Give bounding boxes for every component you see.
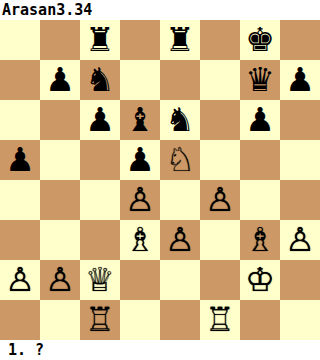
piece-white-rook-c1: ♖ [85,300,115,340]
square-a3[interactable] [0,220,40,260]
piece-black-pawn-b7: ♟ [45,60,75,100]
square-h1[interactable] [280,300,320,340]
square-d6[interactable]: ♝ [120,100,160,140]
square-f2[interactable] [200,260,240,300]
square-b7[interactable]: ♟ [40,60,80,100]
piece-black-rook-e8: ♜ [165,20,195,60]
piece-black-knight-c7: ♞ [85,60,115,100]
piece-white-pawn-e3: ♙ [165,220,195,260]
square-g7[interactable]: ♛ [240,60,280,100]
square-g2[interactable]: ♔ [240,260,280,300]
square-c8[interactable]: ♜ [80,20,120,60]
square-h3[interactable]: ♙ [280,220,320,260]
square-h8[interactable] [280,20,320,60]
square-a4[interactable] [0,180,40,220]
square-a5[interactable]: ♟ [0,140,40,180]
square-f4[interactable]: ♙ [200,180,240,220]
square-c5[interactable] [80,140,120,180]
engine-title: Arasan3.34 [0,0,320,20]
square-d1[interactable] [120,300,160,340]
square-e7[interactable] [160,60,200,100]
square-d5[interactable]: ♟ [120,140,160,180]
piece-white-pawn-f4: ♙ [205,180,235,220]
piece-white-knight-e5: ♘ [165,140,195,180]
square-f6[interactable] [200,100,240,140]
square-h5[interactable] [280,140,320,180]
piece-white-rook-f1: ♖ [205,300,235,340]
square-d3[interactable]: ♗ [120,220,160,260]
square-b1[interactable] [40,300,80,340]
square-c6[interactable]: ♟ [80,100,120,140]
square-a2[interactable]: ♙ [0,260,40,300]
square-b8[interactable] [40,20,80,60]
square-e4[interactable] [160,180,200,220]
square-f8[interactable] [200,20,240,60]
piece-white-king-g2: ♔ [245,260,275,300]
square-c3[interactable] [80,220,120,260]
square-d2[interactable] [120,260,160,300]
square-g5[interactable] [240,140,280,180]
piece-black-knight-e6: ♞ [165,100,195,140]
square-a7[interactable] [0,60,40,100]
piece-white-pawn-d4: ♙ [125,180,155,220]
square-b3[interactable] [40,220,80,260]
square-g1[interactable] [240,300,280,340]
square-g8[interactable]: ♚ [240,20,280,60]
square-c7[interactable]: ♞ [80,60,120,100]
piece-black-bishop-d6: ♝ [125,100,155,140]
square-a1[interactable] [0,300,40,340]
square-h2[interactable] [280,260,320,300]
piece-white-queen-c2: ♕ [85,260,115,300]
move-prompt: 1. ? [0,340,320,360]
square-c4[interactable] [80,180,120,220]
square-c2[interactable]: ♕ [80,260,120,300]
piece-black-pawn-a5: ♟ [5,140,35,180]
square-b5[interactable] [40,140,80,180]
square-b4[interactable] [40,180,80,220]
piece-black-pawn-h7: ♟ [285,60,315,100]
square-e1[interactable] [160,300,200,340]
square-f1[interactable]: ♖ [200,300,240,340]
square-f5[interactable] [200,140,240,180]
square-h4[interactable] [280,180,320,220]
piece-white-pawn-h3: ♙ [285,220,315,260]
piece-black-queen-g7: ♛ [245,60,275,100]
square-d4[interactable]: ♙ [120,180,160,220]
square-d7[interactable] [120,60,160,100]
square-h6[interactable] [280,100,320,140]
chess-board: ♜♜♚♟♞♛♟♟♝♞♟♟♟♘♙♙♗♙♗♙♙♙♕♔♖♖ [0,20,320,340]
piece-black-rook-c8: ♜ [85,20,115,60]
piece-white-pawn-b2: ♙ [45,260,75,300]
square-e3[interactable]: ♙ [160,220,200,260]
square-e8[interactable]: ♜ [160,20,200,60]
piece-black-king-g8: ♚ [245,20,275,60]
piece-black-pawn-c6: ♟ [85,100,115,140]
square-b2[interactable]: ♙ [40,260,80,300]
square-a8[interactable] [0,20,40,60]
square-g3[interactable]: ♗ [240,220,280,260]
square-f7[interactable] [200,60,240,100]
chess-gui-window: Arasan3.34 ♜♜♚♟♞♛♟♟♝♞♟♟♟♘♙♙♗♙♗♙♙♙♕♔♖♖ 1.… [0,0,320,360]
square-c1[interactable]: ♖ [80,300,120,340]
square-f3[interactable] [200,220,240,260]
piece-white-bishop-d3: ♗ [125,220,155,260]
square-h7[interactable]: ♟ [280,60,320,100]
piece-black-pawn-g6: ♟ [245,100,275,140]
piece-black-pawn-d5: ♟ [125,140,155,180]
square-e2[interactable] [160,260,200,300]
square-b6[interactable] [40,100,80,140]
square-g6[interactable]: ♟ [240,100,280,140]
piece-white-bishop-g3: ♗ [245,220,275,260]
square-d8[interactable] [120,20,160,60]
square-e5[interactable]: ♘ [160,140,200,180]
square-a6[interactable] [0,100,40,140]
square-g4[interactable] [240,180,280,220]
piece-white-pawn-a2: ♙ [5,260,35,300]
square-e6[interactable]: ♞ [160,100,200,140]
